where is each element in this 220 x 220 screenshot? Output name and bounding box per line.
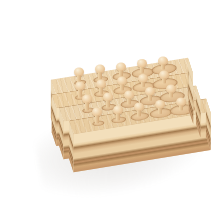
cylinder-knob-r2c4: [166, 84, 176, 97]
knob-stem: [95, 116, 99, 124]
cylinder-knob-r3c0: [92, 108, 102, 124]
cylinder-knob-r0c1: [95, 65, 105, 80]
knob-stem: [106, 100, 110, 107]
knob-stem: [161, 64, 165, 69]
knob-stem: [127, 98, 131, 104]
knob-stem: [140, 67, 144, 73]
cylinder-knob-r0c3: [137, 59, 147, 73]
cylinder-knob-r1c2: [117, 77, 127, 91]
knob-stem: [158, 108, 162, 114]
knob-stem: [137, 111, 141, 117]
knob-stem: [169, 92, 173, 97]
cylinder-knob-r0c4: [158, 56, 168, 69]
cylinder-knob-r2c1: [103, 92, 113, 107]
knob-stem: [148, 95, 152, 101]
product-photo-canvas: [0, 0, 220, 220]
knob-stem: [116, 113, 120, 120]
knob-stem: [119, 70, 123, 76]
knob-stem: [85, 103, 89, 111]
cylinder-knob-r3c3: [155, 100, 165, 114]
cylinder-knob-r1c4: [159, 71, 169, 84]
cylinder-knob-r1c3: [138, 74, 148, 88]
cylinder-knob-r0c2: [116, 62, 126, 76]
cylinder-knob-r2c2: [124, 90, 134, 104]
knob-stem: [162, 79, 166, 84]
cylinder-knob-r2c0: [82, 95, 92, 111]
knob-stem: [179, 105, 183, 110]
cylinder-knob-r3c4: [176, 97, 186, 110]
cylinder-knob-r3c1: [113, 105, 123, 120]
cylinder-knob-r2c3: [145, 87, 155, 101]
cylinder-knob-r3c2: [134, 103, 144, 117]
